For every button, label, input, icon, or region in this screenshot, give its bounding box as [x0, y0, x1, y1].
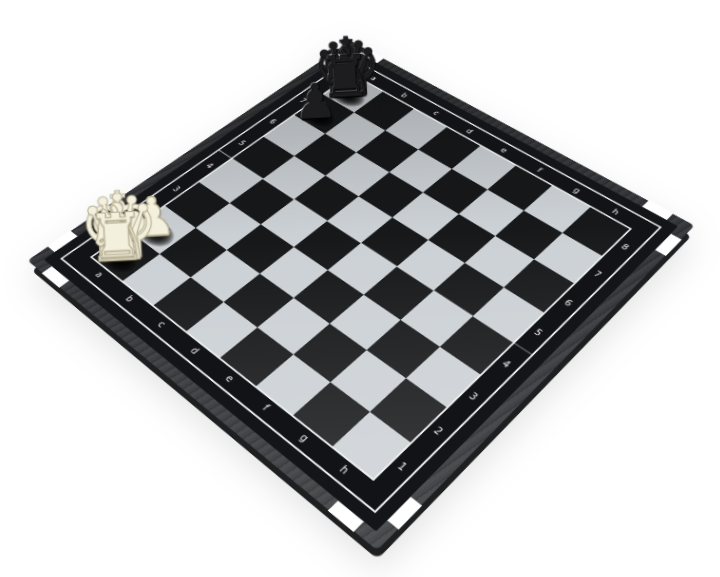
chess-board: aa88bb77cc66dd55ee44ff33gg22hh11 ♜♞♝♛♚♝♞…: [27, 41, 694, 551]
perspective-scene: aa88bb77cc66dd55ee44ff33gg22hh11 ♜♞♝♛♚♝♞…: [113, 0, 609, 491]
photo-canvas: aa88bb77cc66dd55ee44ff33gg22hh11 ♜♞♝♛♚♝♞…: [0, 0, 720, 577]
